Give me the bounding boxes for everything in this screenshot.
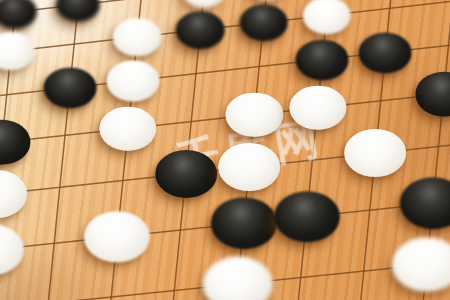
black-stone bbox=[400, 178, 450, 229]
black-stone bbox=[359, 32, 412, 73]
white-stone bbox=[182, 0, 226, 7]
white-stone bbox=[107, 60, 160, 101]
black-stone bbox=[43, 67, 96, 108]
white-stone bbox=[84, 211, 150, 262]
black-stone bbox=[0, 120, 30, 165]
white-stone bbox=[345, 129, 407, 177]
white-stone bbox=[302, 0, 350, 34]
black-stone bbox=[239, 4, 287, 42]
black-stone bbox=[56, 0, 100, 22]
white-stone bbox=[100, 106, 157, 151]
white-stone bbox=[0, 170, 27, 218]
go-board-photo: 千库网 bbox=[0, 0, 450, 300]
black-stone bbox=[155, 150, 217, 198]
white-stone bbox=[392, 237, 450, 292]
black-stone bbox=[274, 191, 340, 242]
black-stone bbox=[211, 198, 277, 249]
white-stone bbox=[218, 143, 280, 191]
black-stone bbox=[176, 11, 224, 49]
white-stone bbox=[226, 92, 283, 137]
black-stone bbox=[296, 39, 349, 80]
white-stone bbox=[0, 224, 24, 275]
black-stone bbox=[415, 72, 450, 117]
white-stone bbox=[202, 257, 272, 300]
white-stone bbox=[0, 32, 35, 70]
white-stone bbox=[289, 85, 346, 130]
white-stone bbox=[113, 18, 161, 56]
stones-layer bbox=[0, 0, 450, 300]
black-stone bbox=[0, 0, 37, 29]
